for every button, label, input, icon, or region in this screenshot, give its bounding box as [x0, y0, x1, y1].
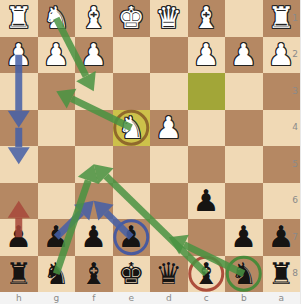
square-e2[interactable]: [113, 37, 151, 74]
square-b3[interactable]: [225, 73, 263, 110]
square-c8[interactable]: ♝: [188, 256, 226, 293]
piece-white-knight-e4[interactable]: ♞: [118, 113, 145, 143]
square-e5[interactable]: [113, 146, 151, 183]
square-d4[interactable]: ♟: [150, 110, 188, 147]
square-d6[interactable]: [150, 183, 188, 220]
square-h7[interactable]: ♟: [0, 219, 38, 256]
square-c5[interactable]: [188, 146, 226, 183]
square-e1[interactable]: ♚: [113, 0, 151, 37]
square-f3[interactable]: [75, 73, 113, 110]
rank-label-1: 1: [292, 14, 298, 23]
square-c3[interactable]: [188, 73, 226, 110]
square-c6[interactable]: ♟: [188, 183, 226, 220]
square-d1[interactable]: ♛: [150, 0, 188, 37]
piece-black-pawn-b7[interactable]: ♟: [230, 222, 257, 252]
piece-black-bishop-f8[interactable]: ♝: [80, 259, 107, 289]
piece-white-pawn-a2[interactable]: ♟: [268, 40, 295, 70]
square-b1[interactable]: [225, 0, 263, 37]
square-b8[interactable]: ♞: [225, 256, 263, 293]
file-label-f: f: [75, 293, 113, 303]
chess-analysis-screenshot: ♜♞♝♚♛♝♜♟♟♟♟♟♟♞♟♟♟♟♟♟♟♟♜♞♝♚♛♝♞♜ 12345678 …: [0, 0, 300, 304]
piece-black-bishop-c8[interactable]: ♝: [193, 259, 220, 289]
square-h8[interactable]: ♜: [0, 256, 38, 293]
piece-white-king-e1[interactable]: ♚: [118, 3, 145, 33]
square-h3[interactable]: [0, 73, 38, 110]
file-label-d: d: [150, 293, 188, 303]
square-g5[interactable]: [38, 146, 76, 183]
square-f8[interactable]: ♝: [75, 256, 113, 293]
rank-label-3: 3: [292, 87, 298, 96]
square-d3[interactable]: [150, 73, 188, 110]
piece-black-knight-g8[interactable]: ♞: [43, 259, 70, 289]
rank-label-8: 8: [292, 269, 298, 278]
file-label-g: g: [38, 293, 76, 303]
piece-white-rook-h1[interactable]: ♜: [5, 3, 32, 33]
square-g3[interactable]: [38, 73, 76, 110]
piece-black-pawn-f7[interactable]: ♟: [80, 222, 107, 252]
piece-black-pawn-a7[interactable]: ♟: [268, 222, 295, 252]
square-f5[interactable]: [75, 146, 113, 183]
piece-black-pawn-h7[interactable]: ♟: [5, 222, 32, 252]
square-h6[interactable]: [0, 183, 38, 220]
square-g1[interactable]: ♞: [38, 0, 76, 37]
file-coordinates: hgfedcba: [0, 292, 300, 304]
piece-white-pawn-d4[interactable]: ♟: [155, 113, 182, 143]
rank-label-7: 7: [292, 233, 298, 242]
piece-white-rook-a1[interactable]: ♜: [268, 3, 295, 33]
piece-white-pawn-c2[interactable]: ♟: [193, 40, 220, 70]
square-e8[interactable]: ♚: [113, 256, 151, 293]
square-h2[interactable]: ♟: [0, 37, 38, 74]
square-b7[interactable]: ♟: [225, 219, 263, 256]
rank-label-5: 5: [292, 160, 298, 169]
square-g2[interactable]: ♟: [38, 37, 76, 74]
piece-black-rook-a8[interactable]: ♜: [268, 259, 295, 289]
piece-white-knight-g1[interactable]: ♞: [43, 3, 70, 33]
square-e4[interactable]: ♞: [113, 110, 151, 147]
square-g6[interactable]: [38, 183, 76, 220]
chess-board[interactable]: ♜♞♝♚♛♝♜♟♟♟♟♟♟♞♟♟♟♟♟♟♟♟♜♞♝♚♛♝♞♜: [0, 0, 300, 292]
square-d2[interactable]: [150, 37, 188, 74]
piece-white-pawn-h2[interactable]: ♟: [5, 40, 32, 70]
square-h5[interactable]: [0, 146, 38, 183]
square-g7[interactable]: ♟: [38, 219, 76, 256]
square-d8[interactable]: ♛: [150, 256, 188, 293]
square-e7[interactable]: ♟: [113, 219, 151, 256]
square-f4[interactable]: [75, 110, 113, 147]
square-e6[interactable]: [113, 183, 151, 220]
square-b2[interactable]: ♟: [225, 37, 263, 74]
piece-black-queen-d8[interactable]: ♛: [155, 259, 182, 289]
piece-white-pawn-b2[interactable]: ♟: [230, 40, 257, 70]
file-label-a: a: [263, 293, 301, 303]
piece-black-pawn-g7[interactable]: ♟: [43, 222, 70, 252]
file-label-h: h: [0, 293, 38, 303]
rank-label-6: 6: [292, 196, 298, 205]
rank-label-2: 2: [292, 50, 298, 59]
piece-white-queen-d1[interactable]: ♛: [155, 3, 182, 33]
piece-black-knight-b8[interactable]: ♞: [230, 259, 257, 289]
square-b5[interactable]: [225, 146, 263, 183]
piece-black-rook-h8[interactable]: ♜: [5, 259, 32, 289]
square-h1[interactable]: ♜: [0, 0, 38, 37]
file-label-b: b: [225, 293, 263, 303]
square-f7[interactable]: ♟: [75, 219, 113, 256]
piece-white-pawn-g2[interactable]: ♟: [43, 40, 70, 70]
square-c7[interactable]: [188, 219, 226, 256]
square-b6[interactable]: [225, 183, 263, 220]
piece-black-king-e8[interactable]: ♚: [118, 259, 145, 289]
square-f1[interactable]: ♝: [75, 0, 113, 37]
piece-white-bishop-f1[interactable]: ♝: [80, 3, 107, 33]
piece-white-pawn-f2[interactable]: ♟: [80, 40, 107, 70]
square-b4[interactable]: [225, 110, 263, 147]
square-d7[interactable]: [150, 219, 188, 256]
square-f2[interactable]: ♟: [75, 37, 113, 74]
file-label-c: c: [188, 293, 226, 303]
rank-label-4: 4: [292, 123, 298, 132]
square-g8[interactable]: ♞: [38, 256, 76, 293]
square-d5[interactable]: [150, 146, 188, 183]
square-f6[interactable]: [75, 183, 113, 220]
piece-white-bishop-c1[interactable]: ♝: [193, 3, 220, 33]
square-c2[interactable]: ♟: [188, 37, 226, 74]
piece-black-pawn-c6[interactable]: ♟: [193, 186, 220, 216]
square-c4[interactable]: [188, 110, 226, 147]
square-g4[interactable]: [38, 110, 76, 147]
piece-black-pawn-e7[interactable]: ♟: [118, 222, 145, 252]
square-c1[interactable]: ♝: [188, 0, 226, 37]
file-label-e: e: [113, 293, 151, 303]
square-e3[interactable]: [113, 73, 151, 110]
square-h4[interactable]: [0, 110, 38, 147]
